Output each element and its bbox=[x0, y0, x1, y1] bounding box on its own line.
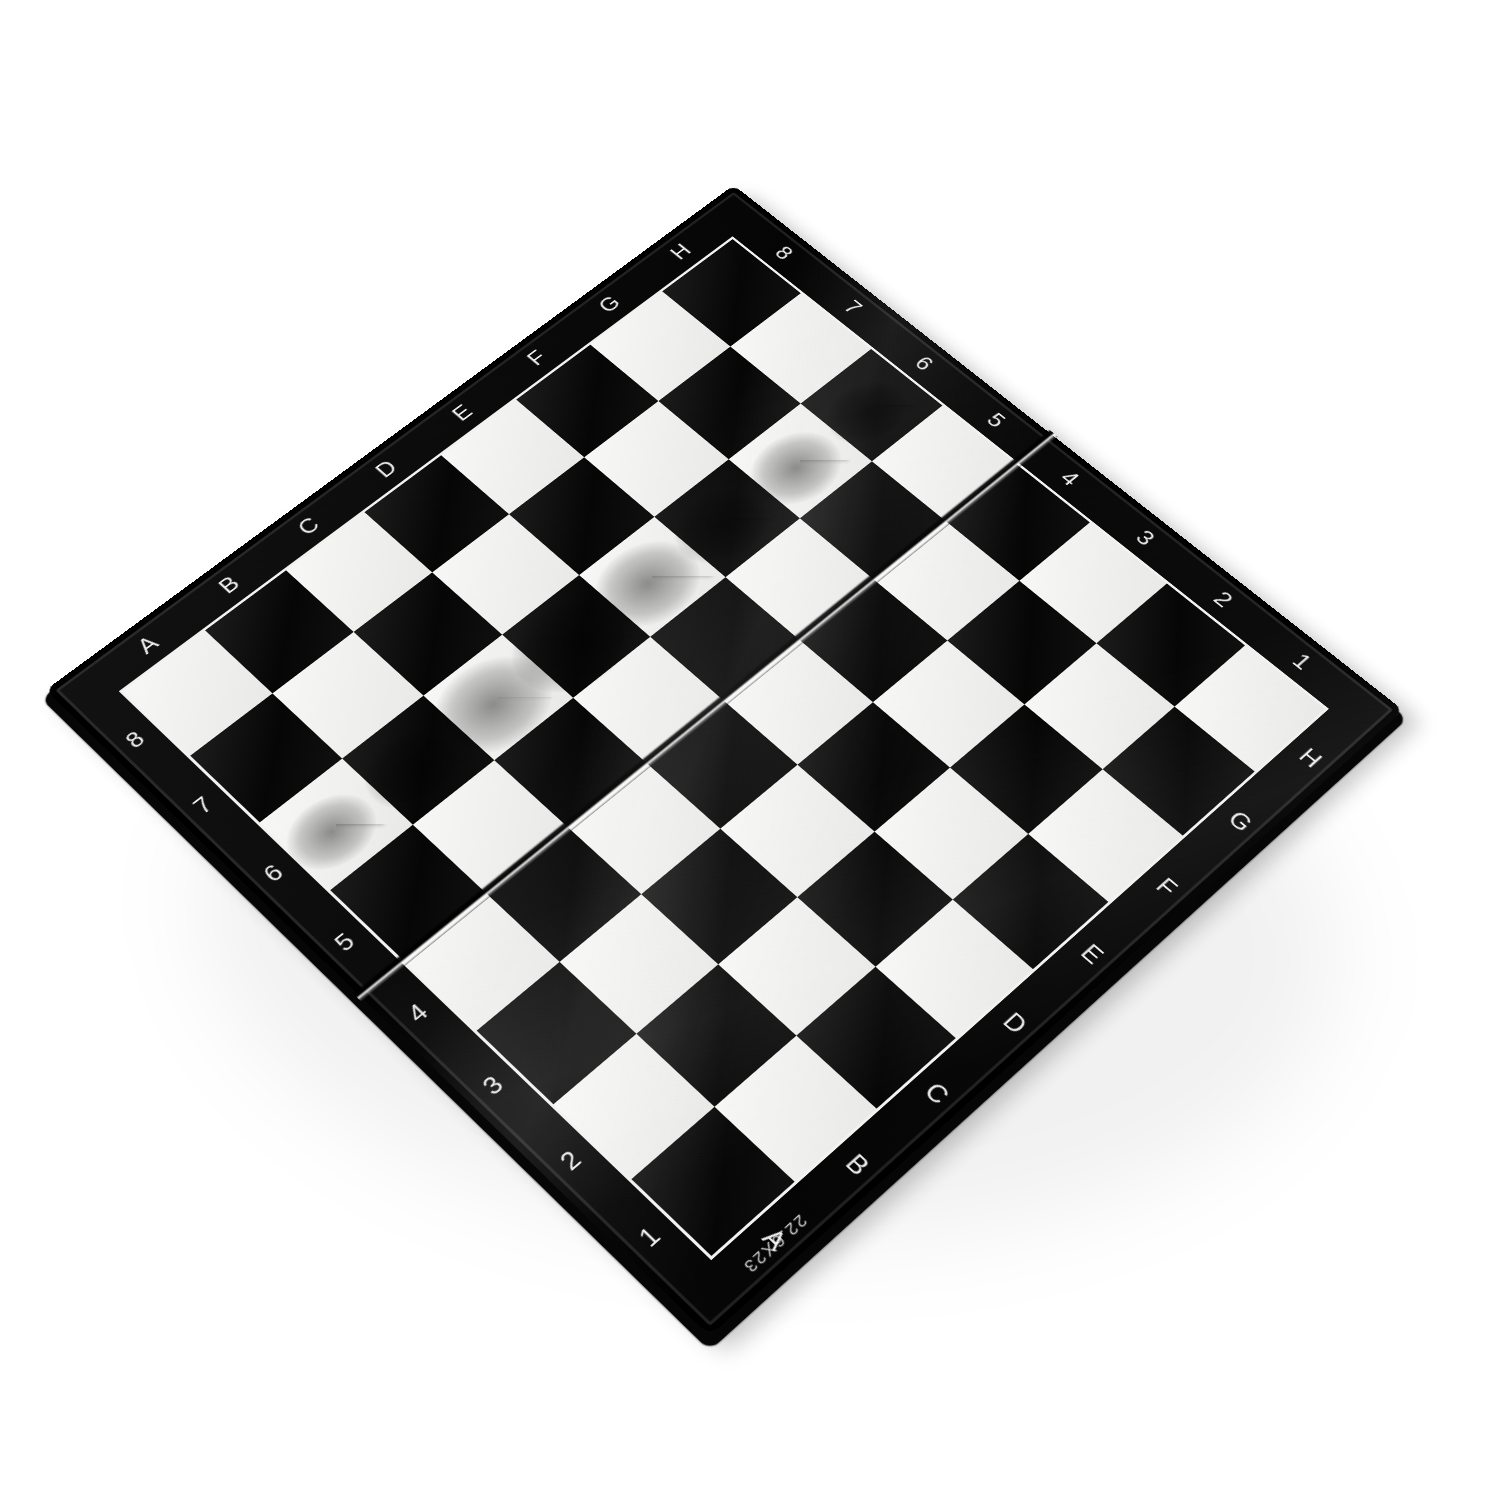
square-d3 bbox=[720, 765, 874, 897]
square-b4 bbox=[486, 827, 642, 962]
rank-label-text: 2 bbox=[555, 1146, 586, 1174]
square-b3 bbox=[560, 895, 718, 1034]
rank-label-text: 8 bbox=[771, 243, 797, 263]
file-label-text: B bbox=[840, 1150, 873, 1180]
rank-label-text: 7 bbox=[189, 793, 217, 818]
file-label-text: C bbox=[920, 1077, 954, 1107]
black-pawn-glyph: ♟ bbox=[267, 691, 405, 844]
file-label-text: B bbox=[214, 572, 243, 597]
rank-label-text: 5 bbox=[330, 929, 359, 955]
rank-label-text: 8 bbox=[121, 727, 149, 751]
square-d4 bbox=[646, 700, 798, 829]
file-label-text: H bbox=[666, 240, 695, 262]
file-label-text: C bbox=[293, 513, 323, 538]
board-3d-wrapper: ABCDEFGH ABCDEFGH 87654321 87654321 22.6… bbox=[46, 185, 1403, 1336]
square-c2 bbox=[717, 897, 875, 1036]
square-c4 bbox=[567, 763, 721, 895]
file-label-text: H bbox=[1295, 743, 1327, 770]
square-f2 bbox=[950, 704, 1102, 833]
square-d2 bbox=[797, 831, 953, 966]
rank-label-text: 4 bbox=[1057, 467, 1084, 489]
rank-label-text: 4 bbox=[403, 999, 433, 1026]
rank-label-text: 3 bbox=[1132, 526, 1159, 548]
square-g1 bbox=[1102, 707, 1254, 836]
file-label-text: G bbox=[1223, 807, 1256, 836]
rank-label-text: 6 bbox=[258, 860, 287, 886]
square-b5 bbox=[413, 760, 567, 892]
product-photo-scene: ABCDEFGH ABCDEFGH 87654321 87654321 22.6… bbox=[0, 0, 1500, 1500]
square-b2 bbox=[636, 964, 796, 1106]
file-label-text: F bbox=[1152, 873, 1182, 899]
rank-label-text: 5 bbox=[983, 409, 1010, 430]
rank-label-text: 3 bbox=[478, 1072, 508, 1100]
file-label-text: E bbox=[1076, 939, 1108, 967]
file-label-text: F bbox=[522, 347, 549, 369]
rank-label-text: 1 bbox=[634, 1222, 665, 1251]
rank-label-text: 2 bbox=[1210, 587, 1238, 610]
square-e3 bbox=[798, 702, 950, 831]
file-label-text: A bbox=[132, 632, 162, 657]
file-label-text: D bbox=[999, 1007, 1032, 1037]
square-a4 bbox=[403, 892, 560, 1030]
square-e2 bbox=[874, 767, 1028, 899]
rank-label-text: 1 bbox=[1289, 649, 1317, 673]
file-label-text: G bbox=[594, 292, 624, 316]
square-c3 bbox=[641, 829, 797, 964]
chess-board: ABCDEFGH ABCDEFGH 87654321 87654321 22.6… bbox=[46, 185, 1403, 1336]
